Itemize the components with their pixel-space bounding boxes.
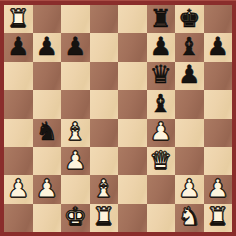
black-pawn[interactable]: ♟ (7, 34, 29, 59)
white-rook[interactable]: ♜ (7, 6, 29, 31)
square-a6[interactable] (4, 62, 33, 90)
square-c7[interactable]: ♟ (61, 33, 90, 61)
square-b1[interactable] (33, 204, 62, 232)
square-g2[interactable]: ♟ (175, 175, 204, 203)
square-e7[interactable] (118, 33, 147, 61)
square-a8[interactable]: ♜ (4, 5, 33, 33)
square-b3[interactable] (33, 147, 62, 175)
white-pawn[interactable]: ♟ (7, 176, 29, 201)
black-king[interactable]: ♚ (178, 6, 200, 31)
square-f7[interactable]: ♟ (147, 33, 176, 61)
square-g7[interactable]: ♝ (175, 33, 204, 61)
square-c4[interactable]: ♝ (61, 119, 90, 147)
black-bishop[interactable]: ♝ (178, 34, 200, 59)
black-pawn[interactable]: ♟ (207, 34, 229, 59)
black-pawn[interactable]: ♟ (36, 34, 58, 59)
black-bishop[interactable]: ♝ (150, 91, 172, 116)
square-a4[interactable] (4, 119, 33, 147)
board-frame: ♜♜♚♟♟♟♟♝♟♛♟♝♞♝♟♟♛♟♟♝♟♟♚♜♞♜ (0, 0, 236, 236)
square-d7[interactable] (90, 33, 119, 61)
square-f4[interactable]: ♟ (147, 119, 176, 147)
square-b8[interactable] (33, 5, 62, 33)
chess-board: ♜♜♚♟♟♟♟♝♟♛♟♝♞♝♟♟♛♟♟♝♟♟♚♜♞♜ (4, 5, 232, 232)
white-bishop[interactable]: ♝ (93, 176, 115, 201)
square-d8[interactable] (90, 5, 119, 33)
white-pawn[interactable]: ♟ (36, 176, 58, 201)
square-g1[interactable]: ♞ (175, 204, 204, 232)
square-e2[interactable] (118, 175, 147, 203)
square-a1[interactable] (4, 204, 33, 232)
square-d3[interactable] (90, 147, 119, 175)
white-pawn[interactable]: ♟ (178, 176, 200, 201)
square-f6[interactable]: ♛ (147, 62, 176, 90)
square-e4[interactable] (118, 119, 147, 147)
square-a3[interactable] (4, 147, 33, 175)
square-g6[interactable]: ♟ (175, 62, 204, 90)
square-f3[interactable]: ♛ (147, 147, 176, 175)
white-rook[interactable]: ♜ (93, 204, 115, 229)
black-queen[interactable]: ♛ (150, 62, 172, 87)
square-a7[interactable]: ♟ (4, 33, 33, 61)
square-b4[interactable]: ♞ (33, 119, 62, 147)
square-f8[interactable]: ♜ (147, 5, 176, 33)
square-h2[interactable]: ♟ (204, 175, 233, 203)
square-d6[interactable] (90, 62, 119, 90)
square-e5[interactable] (118, 90, 147, 118)
white-rook[interactable]: ♜ (207, 204, 229, 229)
white-pawn[interactable]: ♟ (64, 148, 86, 173)
black-pawn[interactable]: ♟ (150, 34, 172, 59)
square-e6[interactable] (118, 62, 147, 90)
square-c1[interactable]: ♚ (61, 204, 90, 232)
square-a5[interactable] (4, 90, 33, 118)
black-knight[interactable]: ♞ (36, 119, 58, 144)
square-d4[interactable] (90, 119, 119, 147)
square-c6[interactable] (61, 62, 90, 90)
square-b2[interactable]: ♟ (33, 175, 62, 203)
black-rook[interactable]: ♜ (150, 6, 172, 31)
square-b7[interactable]: ♟ (33, 33, 62, 61)
square-h8[interactable] (204, 5, 233, 33)
square-e3[interactable] (118, 147, 147, 175)
white-bishop[interactable]: ♝ (64, 119, 86, 144)
square-h3[interactable] (204, 147, 233, 175)
square-d2[interactable]: ♝ (90, 175, 119, 203)
square-d1[interactable]: ♜ (90, 204, 119, 232)
square-g8[interactable]: ♚ (175, 5, 204, 33)
square-g4[interactable] (175, 119, 204, 147)
white-queen[interactable]: ♛ (150, 148, 172, 173)
square-b5[interactable] (33, 90, 62, 118)
square-h1[interactable]: ♜ (204, 204, 233, 232)
square-a2[interactable]: ♟ (4, 175, 33, 203)
square-c5[interactable] (61, 90, 90, 118)
square-h7[interactable]: ♟ (204, 33, 233, 61)
black-pawn[interactable]: ♟ (178, 62, 200, 87)
square-f1[interactable] (147, 204, 176, 232)
square-b6[interactable] (33, 62, 62, 90)
white-pawn[interactable]: ♟ (207, 176, 229, 201)
white-king[interactable]: ♚ (64, 204, 86, 229)
square-g3[interactable] (175, 147, 204, 175)
square-g5[interactable] (175, 90, 204, 118)
square-d5[interactable] (90, 90, 119, 118)
square-e1[interactable] (118, 204, 147, 232)
white-pawn[interactable]: ♟ (150, 119, 172, 144)
square-h4[interactable] (204, 119, 233, 147)
square-c3[interactable]: ♟ (61, 147, 90, 175)
square-e8[interactable] (118, 5, 147, 33)
white-knight[interactable]: ♞ (178, 204, 200, 229)
square-c2[interactable] (61, 175, 90, 203)
square-c8[interactable] (61, 5, 90, 33)
square-f2[interactable] (147, 175, 176, 203)
square-h5[interactable] (204, 90, 233, 118)
square-h6[interactable] (204, 62, 233, 90)
black-pawn[interactable]: ♟ (64, 34, 86, 59)
square-f5[interactable]: ♝ (147, 90, 176, 118)
